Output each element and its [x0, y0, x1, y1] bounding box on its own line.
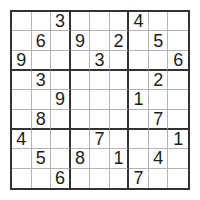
sudoku-cell-r4c5[interactable]: [90, 71, 110, 90]
sudoku-cell-r6c3[interactable]: [51, 110, 71, 130]
sudoku-cell-r5c1[interactable]: [12, 90, 32, 109]
sudoku-cell-r3c3[interactable]: [51, 51, 71, 71]
sudoku-cell-r4c7[interactable]: [129, 71, 149, 90]
sudoku-cell-r5c7[interactable]: 1: [129, 90, 149, 109]
sudoku-cell-r1c3[interactable]: 3: [51, 12, 71, 31]
sudoku-cell-r7c2[interactable]: [32, 130, 52, 149]
sudoku-cell-r2c6[interactable]: 2: [110, 31, 130, 50]
sudoku-cell-r1c4[interactable]: [71, 12, 91, 31]
sudoku-cell-r3c7[interactable]: [129, 51, 149, 71]
sudoku-cell-r3c8[interactable]: [149, 51, 169, 71]
sudoku-cell-r6c9[interactable]: [168, 110, 188, 130]
sudoku-cell-r4c4[interactable]: [71, 71, 91, 90]
sudoku-cell-r6c7[interactable]: [129, 110, 149, 130]
sudoku-cell-r2c8[interactable]: 5: [149, 31, 169, 50]
sudoku-cell-r7c4[interactable]: [71, 130, 91, 149]
sudoku-page: 346925936329187471581467: [0, 0, 200, 200]
sudoku-cell-r4c8[interactable]: 2: [149, 71, 169, 90]
sudoku-cell-r1c6[interactable]: [110, 12, 130, 31]
sudoku-cell-r9c6[interactable]: [110, 169, 130, 188]
sudoku-cell-r7c3[interactable]: [51, 130, 71, 149]
sudoku-cell-r5c9[interactable]: [168, 90, 188, 109]
sudoku-cell-r3c1[interactable]: 9: [12, 51, 32, 71]
sudoku-cell-r7c9[interactable]: 1: [168, 130, 188, 149]
sudoku-cell-r4c2[interactable]: 3: [32, 71, 52, 90]
sudoku-cell-r1c8[interactable]: [149, 12, 169, 31]
sudoku-cell-r1c1[interactable]: [12, 12, 32, 31]
sudoku-cell-r2c1[interactable]: [12, 31, 32, 50]
sudoku-cell-r7c1[interactable]: 4: [12, 130, 32, 149]
sudoku-cell-r9c7[interactable]: 7: [129, 169, 149, 188]
sudoku-cell-r8c6[interactable]: 1: [110, 149, 130, 168]
sudoku-cell-r7c5[interactable]: 7: [90, 130, 110, 149]
sudoku-cell-r6c2[interactable]: 8: [32, 110, 52, 130]
sudoku-cell-r4c6[interactable]: [110, 71, 130, 90]
sudoku-cell-r6c1[interactable]: [12, 110, 32, 130]
sudoku-cell-r6c4[interactable]: [71, 110, 91, 130]
sudoku-cell-r2c2[interactable]: 6: [32, 31, 52, 50]
sudoku-cell-r1c5[interactable]: [90, 12, 110, 31]
sudoku-cell-r5c3[interactable]: 9: [51, 90, 71, 109]
sudoku-cell-r8c7[interactable]: [129, 149, 149, 168]
sudoku-cell-r5c2[interactable]: [32, 90, 52, 109]
sudoku-cell-r4c1[interactable]: [12, 71, 32, 90]
sudoku-cell-r8c8[interactable]: 4: [149, 149, 169, 168]
sudoku-cell-r4c3[interactable]: [51, 71, 71, 90]
sudoku-cell-r9c9[interactable]: [168, 169, 188, 188]
sudoku-cell-r6c5[interactable]: [90, 110, 110, 130]
sudoku-cell-r4c9[interactable]: [168, 71, 188, 90]
sudoku-cell-r8c2[interactable]: 5: [32, 149, 52, 168]
sudoku-cell-r3c6[interactable]: [110, 51, 130, 71]
sudoku-cell-r2c5[interactable]: [90, 31, 110, 50]
sudoku-cell-r2c7[interactable]: [129, 31, 149, 50]
sudoku-cell-r6c6[interactable]: [110, 110, 130, 130]
sudoku-cell-r9c2[interactable]: [32, 169, 52, 188]
sudoku-cell-r1c9[interactable]: [168, 12, 188, 31]
sudoku-cell-r1c7[interactable]: 4: [129, 12, 149, 31]
sudoku-cell-r7c6[interactable]: [110, 130, 130, 149]
sudoku-cell-r9c8[interactable]: [149, 169, 169, 188]
sudoku-cell-r3c9[interactable]: 6: [168, 51, 188, 71]
sudoku-cell-r9c4[interactable]: [71, 169, 91, 188]
sudoku-cell-r8c9[interactable]: [168, 149, 188, 168]
sudoku-cell-r7c8[interactable]: [149, 130, 169, 149]
sudoku-cell-r1c2[interactable]: [32, 12, 52, 31]
sudoku-cell-r5c6[interactable]: [110, 90, 130, 109]
sudoku-cell-r3c5[interactable]: 3: [90, 51, 110, 71]
sudoku-cell-r2c9[interactable]: [168, 31, 188, 50]
sudoku-cell-r6c8[interactable]: 7: [149, 110, 169, 130]
sudoku-cell-r9c1[interactable]: [12, 169, 32, 188]
sudoku-cell-r5c8[interactable]: [149, 90, 169, 109]
sudoku-cell-r7c7[interactable]: [129, 130, 149, 149]
sudoku-cell-r8c5[interactable]: [90, 149, 110, 168]
sudoku-board: 346925936329187471581467: [10, 10, 190, 190]
sudoku-cell-r8c3[interactable]: [51, 149, 71, 168]
sudoku-cell-r9c3[interactable]: 6: [51, 169, 71, 188]
sudoku-cell-r2c4[interactable]: 9: [71, 31, 91, 50]
sudoku-cell-r2c3[interactable]: [51, 31, 71, 50]
sudoku-cell-r5c4[interactable]: [71, 90, 91, 109]
sudoku-cell-r9c5[interactable]: [90, 169, 110, 188]
sudoku-cell-r3c2[interactable]: [32, 51, 52, 71]
sudoku-cell-r3c4[interactable]: [71, 51, 91, 71]
sudoku-cell-r8c1[interactable]: [12, 149, 32, 168]
sudoku-cell-r8c4[interactable]: 8: [71, 149, 91, 168]
sudoku-cell-r5c5[interactable]: [90, 90, 110, 109]
